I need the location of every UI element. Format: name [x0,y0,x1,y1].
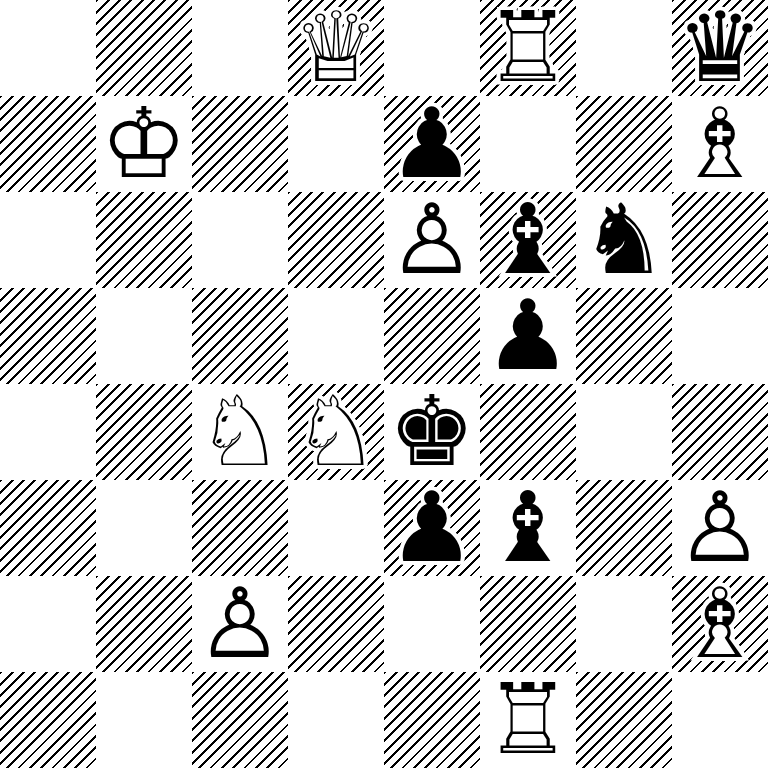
square-h5[interactable] [672,288,768,384]
piece-black-bishop[interactable]: ♝♝ [480,480,576,576]
square-c2[interactable]: ♟♙ [192,576,288,672]
white-rook-icon: ♖ [485,0,572,96]
square-f8[interactable]: ♜♖ [480,0,576,96]
square-d6[interactable] [288,192,384,288]
white-queen-icon: ♕ [293,0,380,96]
piece-black-queen[interactable]: ♛♛ [672,0,768,96]
square-h3[interactable]: ♟♙ [672,480,768,576]
square-g3[interactable] [576,480,672,576]
square-f7[interactable] [480,96,576,192]
black-pawn-icon: ♟ [389,480,476,576]
square-c4[interactable]: ♞♘ [192,384,288,480]
square-g7[interactable] [576,96,672,192]
piece-black-pawn[interactable]: ♟♟ [384,96,480,192]
square-e5[interactable] [384,288,480,384]
square-f2[interactable] [480,576,576,672]
white-pawn-icon: ♙ [197,576,284,672]
square-f3[interactable]: ♝♝ [480,480,576,576]
square-e6[interactable]: ♟♙ [384,192,480,288]
square-g2[interactable] [576,576,672,672]
piece-white-bishop[interactable]: ♝♗ [672,576,768,672]
square-b8[interactable] [96,0,192,96]
piece-black-knight[interactable]: ♞♞ [576,192,672,288]
piece-black-bishop[interactable]: ♝♝ [480,192,576,288]
white-knight-icon: ♘ [293,384,380,480]
piece-white-bishop[interactable]: ♝♗ [672,96,768,192]
square-f6[interactable]: ♝♝ [480,192,576,288]
square-b5[interactable] [96,288,192,384]
black-bishop-icon: ♝ [485,192,572,288]
square-b3[interactable] [96,480,192,576]
black-pawn-icon: ♟ [485,288,572,384]
square-a2[interactable] [0,576,96,672]
white-knight-icon: ♘ [197,384,284,480]
piece-white-rook[interactable]: ♜♖ [480,672,576,768]
piece-white-knight[interactable]: ♞♘ [288,384,384,480]
white-bishop-icon: ♗ [677,96,764,192]
piece-white-rook[interactable]: ♜♖ [480,0,576,96]
square-g8[interactable] [576,0,672,96]
square-e3[interactable]: ♟♟ [384,480,480,576]
black-bishop-icon: ♝ [485,480,572,576]
square-b6[interactable] [96,192,192,288]
square-h6[interactable] [672,192,768,288]
square-h4[interactable] [672,384,768,480]
square-e7[interactable]: ♟♟ [384,96,480,192]
square-d7[interactable] [288,96,384,192]
piece-white-pawn[interactable]: ♟♙ [672,480,768,576]
square-c1[interactable] [192,672,288,768]
square-c7[interactable] [192,96,288,192]
square-e2[interactable] [384,576,480,672]
square-a4[interactable] [0,384,96,480]
piece-white-pawn[interactable]: ♟♙ [192,576,288,672]
square-h7[interactable]: ♝♗ [672,96,768,192]
square-d1[interactable] [288,672,384,768]
square-c8[interactable] [192,0,288,96]
square-f1[interactable]: ♜♖ [480,672,576,768]
square-a1[interactable] [0,672,96,768]
square-h1[interactable] [672,672,768,768]
white-bishop-icon: ♗ [677,576,764,672]
square-g4[interactable] [576,384,672,480]
square-a6[interactable] [0,192,96,288]
white-pawn-icon: ♙ [677,480,764,576]
square-d2[interactable] [288,576,384,672]
piece-black-pawn[interactable]: ♟♟ [480,288,576,384]
black-queen-icon: ♛ [677,0,764,96]
piece-black-pawn[interactable]: ♟♟ [384,480,480,576]
square-f5[interactable]: ♟♟ [480,288,576,384]
piece-white-king[interactable]: ♚♔ [96,96,192,192]
square-b7[interactable]: ♚♔ [96,96,192,192]
square-f4[interactable] [480,384,576,480]
square-c6[interactable] [192,192,288,288]
square-c5[interactable] [192,288,288,384]
square-g1[interactable] [576,672,672,768]
square-d3[interactable] [288,480,384,576]
white-rook-icon: ♖ [485,672,572,768]
white-pawn-icon: ♙ [389,192,476,288]
square-b4[interactable] [96,384,192,480]
square-e1[interactable] [384,672,480,768]
square-e4[interactable]: ♚♚ [384,384,480,480]
square-g6[interactable]: ♞♞ [576,192,672,288]
piece-white-queen[interactable]: ♛♕ [288,0,384,96]
square-c3[interactable] [192,480,288,576]
piece-white-pawn[interactable]: ♟♙ [384,192,480,288]
chess-board: ♛♕♜♖♛♛♚♔♟♟♝♗♟♙♝♝♞♞♟♟♞♘♞♘♚♚♟♟♝♝♟♙♟♙♝♗♜♖ [0,0,768,768]
black-knight-icon: ♞ [581,192,668,288]
square-d8[interactable]: ♛♕ [288,0,384,96]
square-g5[interactable] [576,288,672,384]
square-d4[interactable]: ♞♘ [288,384,384,480]
square-d5[interactable] [288,288,384,384]
black-pawn-icon: ♟ [389,96,476,192]
square-e8[interactable] [384,0,480,96]
square-h2[interactable]: ♝♗ [672,576,768,672]
square-a7[interactable] [0,96,96,192]
piece-black-king[interactable]: ♚♚ [384,384,480,480]
black-king-icon: ♚ [389,384,476,480]
square-a5[interactable] [0,288,96,384]
square-a3[interactable] [0,480,96,576]
square-a8[interactable] [0,0,96,96]
white-king-icon: ♔ [101,96,188,192]
square-h8[interactable]: ♛♛ [672,0,768,96]
piece-white-knight[interactable]: ♞♘ [192,384,288,480]
square-b1[interactable] [96,672,192,768]
square-b2[interactable] [96,576,192,672]
